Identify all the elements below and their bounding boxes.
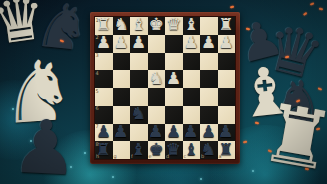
decor-white-queen-left-icon: ♛ — [0, 0, 50, 53]
rank-label-1: 1 — [96, 18, 99, 23]
square-e5[interactable] — [148, 88, 166, 106]
white-rook-piece[interactable]: ♜ — [95, 15, 113, 35]
square-g5[interactable] — [113, 88, 131, 106]
white-knight-piece[interactable]: ♞ — [148, 68, 166, 88]
ember-spark-4 — [285, 56, 289, 58]
square-e7[interactable]: ♟ — [148, 124, 166, 142]
square-h5[interactable]: 5 — [95, 88, 113, 106]
file-label-e: e — [149, 154, 152, 159]
white-bishop-piece[interactable]: ♝ — [130, 15, 148, 35]
square-d6[interactable] — [165, 106, 183, 124]
square-d4[interactable]: ♟ — [165, 70, 183, 88]
square-b2[interactable]: ♟ — [200, 35, 218, 53]
square-c5[interactable] — [183, 88, 201, 106]
black-knight-piece[interactable]: ♞ — [130, 104, 148, 124]
bokeh-dot-4 — [252, 170, 254, 172]
square-f6[interactable]: ♞ — [130, 106, 148, 124]
square-a5[interactable] — [218, 88, 236, 106]
square-h2[interactable]: 2♟ — [95, 35, 113, 53]
square-g6[interactable] — [113, 106, 131, 124]
decor-black-queen-right-icon: ♛ — [259, 14, 327, 90]
white-pawn-piece[interactable]: ♟ — [218, 33, 236, 53]
square-e4[interactable]: ♞ — [148, 70, 166, 88]
square-h3[interactable]: 3 — [95, 53, 113, 71]
black-pawn-piece[interactable]: ♟ — [183, 122, 201, 142]
square-h7[interactable]: 7♟ — [95, 124, 113, 142]
bokeh-dot-1 — [70, 166, 72, 168]
square-g7[interactable]: ♟ — [113, 124, 131, 142]
file-label-a: a — [219, 154, 222, 159]
board-frame: 1♜♞♝♚♛♝♜2♟♟♟♟♟♟34♞♟56♞7♟♟♟♟♟♟♟8h♜gf♝e♚d♛… — [90, 12, 240, 164]
square-b3[interactable] — [200, 53, 218, 71]
decor-black-pawn-left-icon: ♟ — [10, 108, 80, 184]
square-c2[interactable]: ♟ — [183, 35, 201, 53]
ember-spark-6 — [296, 99, 300, 102]
square-f1[interactable]: ♝ — [130, 17, 148, 35]
square-h6[interactable]: 6 — [95, 106, 113, 124]
black-king-piece[interactable]: ♚ — [148, 139, 166, 159]
ember-spark-0 — [310, 2, 314, 5]
ember-spark-13 — [60, 39, 64, 42]
bokeh-dot-6 — [84, 152, 86, 154]
white-pawn-piece[interactable]: ♟ — [130, 33, 148, 53]
file-label-h: h — [96, 154, 99, 159]
file-label-b: b — [201, 154, 204, 159]
square-c6[interactable] — [183, 106, 201, 124]
rank-label-5: 5 — [96, 89, 99, 94]
square-e2[interactable] — [148, 35, 166, 53]
square-c4[interactable] — [183, 70, 201, 88]
black-pawn-piece[interactable]: ♟ — [113, 122, 131, 142]
square-a1[interactable]: ♜ — [218, 17, 236, 35]
white-knight-piece[interactable]: ♞ — [113, 15, 131, 35]
white-pawn-piece[interactable]: ♟ — [200, 33, 218, 53]
rank-label-3: 3 — [96, 53, 99, 58]
file-label-g: g — [114, 154, 117, 159]
decor-white-bishop-right-icon: ♝ — [233, 57, 299, 129]
square-b7[interactable]: ♟ — [200, 124, 218, 142]
file-label-f: f — [131, 154, 133, 159]
square-e1[interactable]: ♚ — [148, 17, 166, 35]
ember-spark-9 — [268, 149, 272, 152]
chess-board[interactable]: 1♜♞♝♚♛♝♜2♟♟♟♟♟♟34♞♟56♞7♟♟♟♟♟♟♟8h♜gf♝e♚d♛… — [94, 16, 236, 160]
rank-label-7: 7 — [96, 124, 99, 129]
square-g4[interactable] — [113, 70, 131, 88]
rank-label-6: 6 — [96, 106, 99, 111]
square-d8[interactable]: d♛ — [165, 141, 183, 159]
square-d7[interactable]: ♟ — [165, 124, 183, 142]
rank-label-2: 2 — [96, 35, 99, 40]
ember-spark-10 — [243, 141, 247, 143]
decor-black-knight-right-icon: ♞ — [270, 70, 327, 135]
ember-spark-11 — [305, 168, 309, 170]
square-d5[interactable] — [165, 88, 183, 106]
square-g2[interactable]: ♟ — [113, 35, 131, 53]
square-a8[interactable]: a♜ — [218, 141, 236, 159]
black-bishop-piece[interactable]: ♝ — [130, 139, 148, 159]
square-f7[interactable] — [130, 124, 148, 142]
white-pawn-piece[interactable]: ♟ — [165, 68, 183, 88]
square-f5[interactable] — [130, 88, 148, 106]
white-pawn-piece[interactable]: ♟ — [183, 33, 201, 53]
white-rook-piece[interactable]: ♜ — [218, 15, 236, 35]
decor-black-pawn-right-icon: ♟ — [233, 11, 289, 70]
square-d1[interactable]: ♛ — [165, 17, 183, 35]
square-e3[interactable] — [148, 53, 166, 71]
black-knight-piece[interactable]: ♞ — [200, 139, 218, 159]
black-pawn-piece[interactable]: ♟ — [218, 122, 236, 142]
square-c1[interactable]: ♝ — [183, 17, 201, 35]
square-d3[interactable] — [165, 53, 183, 71]
black-pawn-piece[interactable]: ♟ — [165, 122, 183, 142]
white-pawn-piece[interactable]: ♟ — [95, 33, 113, 53]
rank-label-8: 8 — [96, 142, 99, 147]
square-a2[interactable]: ♟ — [218, 35, 236, 53]
bokeh-dot-3 — [200, 178, 202, 180]
square-h1[interactable]: 1♜ — [95, 17, 113, 35]
ember-spark-12 — [230, 6, 234, 8]
decor-white-knight-left-icon: ♞ — [0, 47, 78, 136]
file-label-d: d — [166, 154, 169, 159]
black-pawn-piece[interactable]: ♟ — [200, 122, 218, 142]
bokeh-dot-0 — [30, 140, 32, 142]
ember-spark-5 — [318, 87, 322, 90]
square-a6[interactable] — [218, 106, 236, 124]
square-b6[interactable] — [200, 106, 218, 124]
square-g3[interactable] — [113, 53, 131, 71]
decor-black-knight-left-icon: ♞ — [31, 0, 93, 61]
black-pawn-piece[interactable]: ♟ — [148, 122, 166, 142]
ember-spark-3 — [246, 28, 250, 30]
square-d2[interactable] — [165, 35, 183, 53]
square-h4[interactable]: 4 — [95, 70, 113, 88]
square-b4[interactable] — [200, 70, 218, 88]
square-f3[interactable] — [130, 53, 148, 71]
square-b1[interactable] — [200, 17, 218, 35]
ember-spark-8 — [316, 128, 320, 130]
black-pawn-piece[interactable]: ♟ — [95, 122, 113, 142]
square-g8[interactable]: g — [113, 141, 131, 159]
black-queen-piece[interactable]: ♛ — [165, 139, 183, 159]
square-a3[interactable] — [218, 53, 236, 71]
white-queen-piece[interactable]: ♛ — [165, 15, 183, 35]
square-f2[interactable]: ♟ — [130, 35, 148, 53]
white-pawn-piece[interactable]: ♟ — [113, 33, 131, 53]
square-f8[interactable]: f♝ — [130, 141, 148, 159]
square-a4[interactable] — [218, 70, 236, 88]
black-rook-piece[interactable]: ♜ — [95, 139, 113, 159]
ember-spark-1 — [319, 8, 323, 10]
square-a7[interactable]: ♟ — [218, 124, 236, 142]
bokeh-dot-2 — [112, 176, 114, 178]
square-e8[interactable]: e♚ — [148, 141, 166, 159]
square-b5[interactable] — [200, 88, 218, 106]
ember-spark-7 — [255, 122, 259, 124]
decor-white-rook-right-icon: ♜ — [256, 92, 327, 183]
teal-glow-left — [0, 80, 60, 160]
square-c7[interactable]: ♟ — [183, 124, 201, 142]
square-b8[interactable]: b♞ — [200, 141, 218, 159]
square-e6[interactable] — [148, 106, 166, 124]
ember-spark-2 — [303, 12, 307, 16]
white-king-piece[interactable]: ♚ — [148, 15, 166, 35]
bokeh-dot-5 — [12, 108, 14, 110]
square-c3[interactable] — [183, 53, 201, 71]
black-rook-piece[interactable]: ♜ — [218, 139, 236, 159]
square-h8[interactable]: 8h♜ — [95, 141, 113, 159]
square-g1[interactable]: ♞ — [113, 17, 131, 35]
rank-label-4: 4 — [96, 71, 99, 76]
square-c8[interactable]: c♝ — [183, 141, 201, 159]
white-bishop-piece[interactable]: ♝ — [183, 15, 201, 35]
square-f4[interactable] — [130, 70, 148, 88]
file-label-c: c — [184, 154, 187, 159]
black-bishop-piece[interactable]: ♝ — [183, 139, 201, 159]
chess-app-screen: ♛♞♞♟♟♛♝♞♜ 1♜♞♝♚♛♝♜2♟♟♟♟♟♟34♞♟56♞7♟♟♟♟♟♟♟… — [0, 0, 327, 184]
